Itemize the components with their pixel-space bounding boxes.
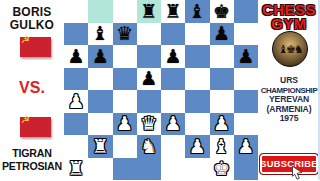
square-b3 (88, 113, 112, 136)
square-e2 (161, 135, 185, 158)
square-e5 (161, 68, 185, 91)
square-f4 (185, 90, 209, 113)
piece-wP-e3: ♟ (165, 114, 182, 133)
piece-wP-f2: ♟ (189, 137, 206, 156)
piece-wR-a1: ♜ (68, 159, 85, 178)
square-g1: ♚ (210, 158, 234, 181)
square-c4 (113, 90, 137, 113)
piece-wR-b2: ♜ (92, 137, 109, 156)
square-e1 (161, 158, 185, 181)
square-d4 (137, 90, 161, 113)
square-c5 (113, 68, 137, 91)
hammer-sickle-icon: ☭ (21, 34, 30, 45)
square-h3 (234, 113, 258, 136)
square-h6: ♟ (234, 45, 258, 68)
channel-logo: ♝♚♞ (272, 31, 308, 67)
square-f5 (185, 68, 209, 91)
square-g3: ♟ (210, 113, 234, 136)
square-a7 (64, 23, 88, 46)
square-f8: ♝ (185, 0, 209, 23)
piece-bB-b7: ♝ (92, 24, 109, 43)
piece-bP-d5: ♟ (140, 69, 157, 88)
square-d8: ♜ (137, 0, 161, 23)
right-info-panel: CHESS GYM ♝♚♞ URS CHAMPIONSHIP YEREVAN (… (258, 0, 320, 180)
white-player-line2: GULKO (0, 19, 64, 32)
square-g7: ♟ (210, 23, 234, 46)
square-f1 (185, 158, 209, 181)
square-d7 (137, 23, 161, 46)
black-player-name: TIGRAN PETROSIAN (0, 147, 64, 172)
square-d3: ♛ (137, 113, 161, 136)
white-player-name: BORIS GULKO (0, 6, 64, 32)
piece-wP-g3: ♟ (213, 114, 230, 133)
piece-bK-g8: ♚ (213, 2, 230, 21)
piece-wN-d2: ♞ (140, 137, 157, 156)
piece-bQ-c7: ♛ (116, 24, 133, 43)
square-h2: ♟ (234, 135, 258, 158)
hammer-sickle-icon: ☭ (21, 114, 30, 125)
square-h5 (234, 68, 258, 91)
thumbnail: BORIS GULKO ☭ VS. ☭ TIGRAN PETROSIAN ♜♜♝… (0, 0, 320, 180)
black-player-line1: TIGRAN (0, 147, 64, 160)
piece-bP-a6: ♟ (68, 47, 85, 66)
square-b2: ♜ (88, 135, 112, 158)
cursor-icon (290, 165, 305, 180)
square-h4 (234, 90, 258, 113)
square-a2 (64, 135, 88, 158)
square-b7: ♝ (88, 23, 112, 46)
event-line: 1975 (258, 114, 320, 124)
square-d2: ♞ (137, 135, 161, 158)
square-e4 (161, 90, 185, 113)
piece-wQ-d3: ♛ (140, 114, 157, 133)
square-c1 (113, 158, 137, 181)
square-g8: ♚ (210, 0, 234, 23)
chess-board: ♜♜♝♚♝♛♟♟♟♟♟♟♟♟♛♟♟♜♞♟♝♟♜♚ (64, 0, 258, 180)
vs-label: VS. (0, 79, 64, 97)
square-d1 (137, 158, 161, 181)
piece-wP-c3: ♟ (116, 114, 133, 133)
ussr-flag-top: ☭ (20, 37, 51, 57)
subscribe-label: SUBSCRIBE (260, 159, 317, 169)
square-c3: ♟ (113, 113, 137, 136)
ussr-flag-bottom: ☭ (20, 117, 51, 137)
square-e7 (161, 23, 185, 46)
piece-wB-g2: ♝ (213, 137, 230, 156)
piece-bP-g7: ♟ (213, 24, 230, 43)
square-f7 (185, 23, 209, 46)
square-f2: ♟ (185, 135, 209, 158)
square-a1: ♜ (64, 158, 88, 181)
square-a4: ♟ (64, 90, 88, 113)
square-a6: ♟ (64, 45, 88, 68)
square-b1 (88, 158, 112, 181)
square-g5 (210, 68, 234, 91)
event-caption: URS CHAMPIONSHIP YEREVAN (ARMENIA) 1975 (258, 76, 320, 124)
square-a5 (64, 68, 88, 91)
piece-bP-e6: ♟ (165, 47, 182, 66)
square-g6 (210, 45, 234, 68)
square-e8: ♜ (161, 0, 185, 23)
square-h1 (234, 158, 258, 181)
square-g2: ♝ (210, 135, 234, 158)
piece-wP-a4: ♟ (68, 92, 85, 111)
square-c6 (113, 45, 137, 68)
square-b5 (88, 68, 112, 91)
piece-wK-g1: ♚ (213, 159, 230, 178)
square-e3: ♟ (161, 113, 185, 136)
square-a8 (64, 0, 88, 23)
square-b4 (88, 90, 112, 113)
piece-bP-b6: ♟ (92, 47, 109, 66)
channel-brand-line2: GYM (258, 17, 320, 31)
square-g4 (210, 90, 234, 113)
left-player-panel: BORIS GULKO ☭ VS. ☭ TIGRAN PETROSIAN (0, 0, 64, 180)
square-h8 (234, 0, 258, 23)
black-player-line2: PETROSIAN (0, 160, 64, 173)
piece-wP-h2: ♟ (237, 137, 254, 156)
square-b8 (88, 0, 112, 23)
square-e6: ♟ (161, 45, 185, 68)
piece-bB-f8: ♝ (189, 2, 206, 21)
square-a3 (64, 113, 88, 136)
square-d5: ♟ (137, 68, 161, 91)
square-c7: ♛ (113, 23, 137, 46)
piece-bR-e8: ♜ (165, 2, 182, 21)
square-c2 (113, 135, 137, 158)
piece-bP-h6: ♟ (237, 47, 254, 66)
square-b6: ♟ (88, 45, 112, 68)
square-f6 (185, 45, 209, 68)
square-c8 (113, 0, 137, 23)
square-f3 (185, 113, 209, 136)
piece-bR-d8: ♜ (140, 2, 157, 21)
chess-pieces-icon: ♝♚♞ (278, 44, 302, 55)
square-d6 (137, 45, 161, 68)
event-line: URS (258, 76, 320, 86)
subscribe-button[interactable]: SUBSCRIBE (259, 153, 319, 175)
square-h7 (234, 23, 258, 46)
